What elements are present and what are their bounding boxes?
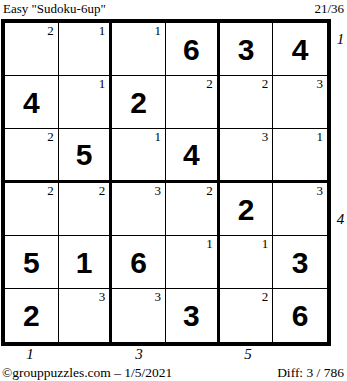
pencil-mark: 3 bbox=[317, 77, 324, 90]
cell-r2c6[interactable]: 3 bbox=[273, 76, 327, 129]
cell-r4c1[interactable]: 2 bbox=[5, 183, 59, 236]
cell-value: 5 bbox=[23, 246, 40, 278]
cell-r1c6[interactable]: 4 bbox=[273, 23, 327, 76]
cell-r2c5[interactable]: 2 bbox=[220, 76, 274, 129]
cell-value: 3 bbox=[238, 33, 255, 65]
pencil-mark: 1 bbox=[99, 77, 106, 90]
cell-value: 1 bbox=[76, 246, 93, 278]
cell-r6c1[interactable]: 2 bbox=[5, 289, 59, 342]
puzzle-title: Easy "Sudoku-6up" bbox=[3, 1, 106, 17]
col-label-1: 1 bbox=[10, 347, 50, 362]
cell-value: 4 bbox=[23, 86, 40, 118]
cell-value: 2 bbox=[238, 193, 255, 225]
cell-r1c4[interactable]: 6 bbox=[166, 23, 220, 76]
sudoku-board: 211634412223251431223223516113233326 bbox=[1, 19, 331, 346]
cell-r3c1[interactable]: 2 bbox=[5, 129, 59, 182]
cell-r1c1[interactable]: 2 bbox=[5, 23, 59, 76]
cell-r1c3[interactable]: 1 bbox=[112, 23, 166, 76]
cell-r5c2[interactable]: 1 bbox=[59, 236, 113, 289]
pencil-mark: 1 bbox=[262, 237, 269, 250]
row-label-1: 1 bbox=[334, 32, 347, 47]
pencil-mark: 2 bbox=[262, 290, 269, 303]
cell-r6c4[interactable]: 3 bbox=[166, 289, 220, 342]
col-label-3: 3 bbox=[119, 347, 159, 362]
pencil-mark: 3 bbox=[99, 290, 106, 303]
cell-value: 3 bbox=[183, 299, 200, 331]
cell-r5c4[interactable]: 1 bbox=[166, 236, 220, 289]
pencil-mark: 3 bbox=[317, 184, 324, 197]
cell-r6c3[interactable]: 3 bbox=[112, 289, 166, 342]
cell-r4c3[interactable]: 3 bbox=[112, 183, 166, 236]
pencil-mark: 1 bbox=[155, 130, 162, 143]
cell-r4c4[interactable]: 2 bbox=[166, 183, 220, 236]
cell-r3c5[interactable]: 3 bbox=[220, 129, 274, 182]
cell-r3c2[interactable]: 5 bbox=[59, 129, 113, 182]
cell-r3c3[interactable]: 1 bbox=[112, 129, 166, 182]
cell-r4c2[interactable]: 2 bbox=[59, 183, 113, 236]
cell-r2c3[interactable]: 2 bbox=[112, 76, 166, 129]
cell-r6c2[interactable]: 3 bbox=[59, 289, 113, 342]
pencil-mark: 2 bbox=[206, 184, 213, 197]
cell-r4c5[interactable]: 2 bbox=[220, 183, 274, 236]
cell-value: 2 bbox=[130, 86, 147, 118]
cell-r5c6[interactable]: 3 bbox=[273, 236, 327, 289]
pencil-mark: 1 bbox=[155, 24, 162, 37]
cell-r5c3[interactable]: 6 bbox=[112, 236, 166, 289]
row-label-4: 4 bbox=[334, 212, 347, 227]
pencil-mark: 2 bbox=[262, 77, 269, 90]
cell-value: 2 bbox=[23, 299, 40, 331]
cell-r6c5[interactable]: 2 bbox=[220, 289, 274, 342]
cell-r1c5[interactable]: 3 bbox=[220, 23, 274, 76]
cell-r2c2[interactable]: 1 bbox=[59, 76, 113, 129]
pencil-mark: 2 bbox=[47, 24, 54, 37]
pencil-mark: 1 bbox=[206, 237, 213, 250]
pencil-mark: 2 bbox=[206, 77, 213, 90]
pencil-mark: 3 bbox=[262, 130, 269, 143]
cell-value: 6 bbox=[292, 299, 309, 331]
cell-value: 6 bbox=[183, 33, 200, 65]
cell-value: 4 bbox=[292, 33, 309, 65]
puzzle-page: Easy "Sudoku-6up" 21/36 2116344122232514… bbox=[0, 0, 347, 381]
cell-r2c4[interactable]: 2 bbox=[166, 76, 220, 129]
cell-r3c4[interactable]: 4 bbox=[166, 129, 220, 182]
cell-r5c1[interactable]: 5 bbox=[5, 236, 59, 289]
cell-r3c6[interactable]: 1 bbox=[273, 129, 327, 182]
pencil-mark: 1 bbox=[317, 130, 324, 143]
cell-value: 5 bbox=[76, 138, 93, 170]
cell-value: 4 bbox=[183, 138, 200, 170]
cell-value: 3 bbox=[292, 246, 309, 278]
col-label-5: 5 bbox=[228, 347, 268, 362]
pencil-mark: 3 bbox=[155, 184, 162, 197]
cell-r5c5[interactable]: 1 bbox=[220, 236, 274, 289]
cell-r2c1[interactable]: 4 bbox=[5, 76, 59, 129]
givens-counter: 21/36 bbox=[314, 1, 344, 17]
copyright-text: ©grouppuzzles.com – 1/5/2021 bbox=[2, 365, 172, 381]
cell-r6c6[interactable]: 6 bbox=[273, 289, 327, 342]
pencil-mark: 2 bbox=[99, 184, 106, 197]
pencil-mark: 2 bbox=[47, 130, 54, 143]
pencil-mark: 1 bbox=[99, 24, 106, 37]
cell-value: 6 bbox=[130, 246, 147, 278]
cell-r1c2[interactable]: 1 bbox=[59, 23, 113, 76]
pencil-mark: 3 bbox=[155, 290, 162, 303]
cell-r4c6[interactable]: 3 bbox=[273, 183, 327, 236]
pencil-mark: 2 bbox=[47, 184, 54, 197]
difficulty-text: Diff: 3 / 786 bbox=[277, 365, 344, 381]
